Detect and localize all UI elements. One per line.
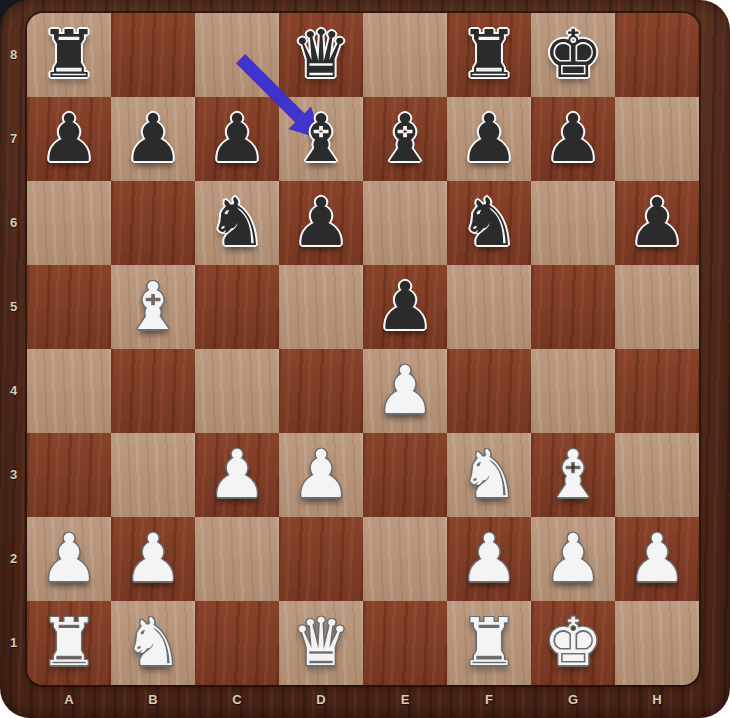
square-a7[interactable]: ♟ [27, 97, 111, 181]
square-e5[interactable]: ♟ [363, 265, 447, 349]
square-e7[interactable]: ♝ [363, 97, 447, 181]
piece-white-pawn[interactable]: ♟ [27, 517, 111, 601]
square-h1[interactable] [615, 601, 699, 685]
square-g2[interactable]: ♟ [531, 517, 615, 601]
piece-white-bishop[interactable]: ♝ [531, 433, 615, 517]
square-e6[interactable] [363, 181, 447, 265]
square-f2[interactable]: ♟ [447, 517, 531, 601]
square-a3[interactable] [27, 433, 111, 517]
square-c3[interactable]: ♟ [195, 433, 279, 517]
square-e8[interactable] [363, 13, 447, 97]
square-f4[interactable] [447, 349, 531, 433]
file-label-b: B [111, 686, 195, 716]
square-h6[interactable]: ♟ [615, 181, 699, 265]
file-label-a: A [27, 686, 111, 716]
piece-black-pawn[interactable]: ♟ [447, 97, 531, 181]
square-c2[interactable] [195, 517, 279, 601]
piece-white-knight[interactable]: ♞ [447, 433, 531, 517]
file-label-d: D [279, 686, 363, 716]
square-f8[interactable]: ♜ [447, 13, 531, 97]
square-d8[interactable]: ♛ [279, 13, 363, 97]
square-f7[interactable]: ♟ [447, 97, 531, 181]
piece-white-pawn[interactable]: ♟ [531, 517, 615, 601]
rank-label-8: 8 [0, 13, 27, 97]
piece-white-rook[interactable]: ♜ [447, 601, 531, 685]
piece-black-pawn[interactable]: ♟ [279, 181, 363, 265]
square-c4[interactable] [195, 349, 279, 433]
square-b3[interactable] [111, 433, 195, 517]
square-g6[interactable] [531, 181, 615, 265]
piece-white-queen[interactable]: ♛ [279, 601, 363, 685]
piece-black-pawn[interactable]: ♟ [27, 97, 111, 181]
square-g1[interactable]: ♚ [531, 601, 615, 685]
square-g3[interactable]: ♝ [531, 433, 615, 517]
file-label-h: H [615, 686, 699, 716]
square-g8[interactable]: ♚ [531, 13, 615, 97]
square-b6[interactable] [111, 181, 195, 265]
piece-black-pawn[interactable]: ♟ [111, 97, 195, 181]
square-e3[interactable] [363, 433, 447, 517]
square-h5[interactable] [615, 265, 699, 349]
square-a1[interactable]: ♜ [27, 601, 111, 685]
square-e4[interactable]: ♟ [363, 349, 447, 433]
square-f6[interactable]: ♞ [447, 181, 531, 265]
piece-white-bishop[interactable]: ♝ [111, 265, 195, 349]
file-label-c: C [195, 686, 279, 716]
piece-white-pawn[interactable]: ♟ [447, 517, 531, 601]
square-f3[interactable]: ♞ [447, 433, 531, 517]
square-c6[interactable]: ♞ [195, 181, 279, 265]
piece-white-rook[interactable]: ♜ [27, 601, 111, 685]
file-label-e: E [363, 686, 447, 716]
square-c5[interactable] [195, 265, 279, 349]
square-d7[interactable]: ♝ [279, 97, 363, 181]
piece-black-rook[interactable]: ♜ [27, 13, 111, 97]
piece-black-pawn[interactable]: ♟ [615, 181, 699, 265]
square-e1[interactable] [363, 601, 447, 685]
piece-black-bishop[interactable]: ♝ [279, 97, 363, 181]
piece-white-knight[interactable]: ♞ [111, 601, 195, 685]
square-g7[interactable]: ♟ [531, 97, 615, 181]
square-c7[interactable]: ♟ [195, 97, 279, 181]
square-c8[interactable] [195, 13, 279, 97]
square-b5[interactable]: ♝ [111, 265, 195, 349]
piece-black-knight[interactable]: ♞ [447, 181, 531, 265]
square-d1[interactable]: ♛ [279, 601, 363, 685]
piece-black-bishop[interactable]: ♝ [363, 97, 447, 181]
rank-label-6: 6 [0, 181, 27, 265]
rank-label-4: 4 [0, 349, 27, 433]
square-g4[interactable] [531, 349, 615, 433]
square-d2[interactable] [279, 517, 363, 601]
square-a2[interactable]: ♟ [27, 517, 111, 601]
rank-label-7: 7 [0, 97, 27, 181]
piece-black-knight[interactable]: ♞ [195, 181, 279, 265]
rank-label-1: 1 [0, 601, 27, 685]
piece-black-pawn[interactable]: ♟ [195, 97, 279, 181]
piece-white-pawn[interactable]: ♟ [363, 349, 447, 433]
piece-white-pawn[interactable]: ♟ [279, 433, 363, 517]
square-b7[interactable]: ♟ [111, 97, 195, 181]
square-b4[interactable] [111, 349, 195, 433]
chess-board-widget: ♜♛♜♚♟♟♟♝♝♟♟♞♟♞♟♝♟♟♟♟♞♝♟♟♟♟♟♜♞♛♜♚ 8765432… [0, 0, 730, 718]
square-h4[interactable] [615, 349, 699, 433]
square-a5[interactable] [27, 265, 111, 349]
square-h3[interactable] [615, 433, 699, 517]
rank-label-2: 2 [0, 517, 27, 601]
square-f1[interactable]: ♜ [447, 601, 531, 685]
square-d3[interactable]: ♟ [279, 433, 363, 517]
piece-white-pawn[interactable]: ♟ [615, 517, 699, 601]
board-frame: ♜♛♜♚♟♟♟♝♝♟♟♞♟♞♟♝♟♟♟♟♞♝♟♟♟♟♟♜♞♛♜♚ 8765432… [0, 0, 730, 718]
file-label-g: G [531, 686, 615, 716]
square-e2[interactable] [363, 517, 447, 601]
square-b2[interactable]: ♟ [111, 517, 195, 601]
piece-black-pawn[interactable]: ♟ [531, 97, 615, 181]
square-h8[interactable] [615, 13, 699, 97]
square-d5[interactable] [279, 265, 363, 349]
rank-label-3: 3 [0, 433, 27, 517]
piece-white-pawn[interactable]: ♟ [195, 433, 279, 517]
square-b1[interactable]: ♞ [111, 601, 195, 685]
piece-black-rook[interactable]: ♜ [447, 13, 531, 97]
square-f5[interactable] [447, 265, 531, 349]
piece-black-king[interactable]: ♚ [531, 13, 615, 97]
square-d6[interactable]: ♟ [279, 181, 363, 265]
piece-white-pawn[interactable]: ♟ [111, 517, 195, 601]
board: ♜♛♜♚♟♟♟♝♝♟♟♞♟♞♟♝♟♟♟♟♞♝♟♟♟♟♟♜♞♛♜♚ [27, 13, 699, 685]
square-a4[interactable] [27, 349, 111, 433]
rank-label-5: 5 [0, 265, 27, 349]
piece-white-king[interactable]: ♚ [531, 601, 615, 685]
piece-black-pawn[interactable]: ♟ [363, 265, 447, 349]
square-d4[interactable] [279, 349, 363, 433]
square-h7[interactable] [615, 97, 699, 181]
piece-black-queen[interactable]: ♛ [279, 13, 363, 97]
square-g5[interactable] [531, 265, 615, 349]
square-a6[interactable] [27, 181, 111, 265]
file-label-f: F [447, 686, 531, 716]
square-b8[interactable] [111, 13, 195, 97]
square-c1[interactable] [195, 601, 279, 685]
square-a8[interactable]: ♜ [27, 13, 111, 97]
square-h2[interactable]: ♟ [615, 517, 699, 601]
